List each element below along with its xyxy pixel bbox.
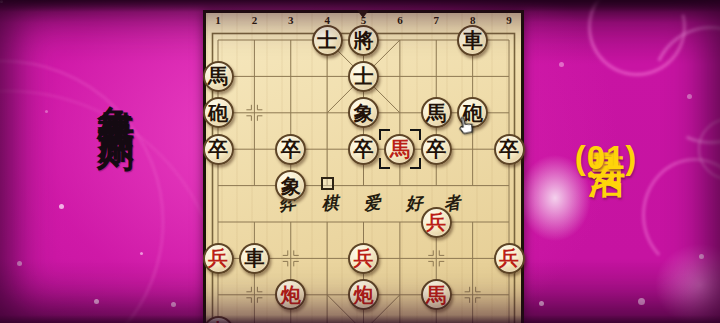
xiangqi-board[interactable]: 123456789 弈棋爱好者 士將車馬士砲象馬砲卒卒卒馬卒卒象兵兵車兵兵炮炮馬…: [203, 10, 524, 323]
sparkle-dots: [0, 0, 3, 3]
board-grid: [206, 13, 521, 323]
piece-black-馬[interactable]: 馬: [203, 61, 234, 92]
column-label: 3: [281, 14, 301, 26]
swirl-decoration: [635, 9, 720, 160]
piece-black-士[interactable]: 士: [312, 25, 343, 56]
hand-cursor-icon: [454, 113, 478, 139]
right-caption: 马要活 (01): [575, 124, 637, 177]
light-glow: [640, 230, 720, 323]
top-edge-marker: [357, 10, 369, 18]
piece-black-馬[interactable]: 馬: [421, 97, 452, 128]
river-calligraphy-char: 好: [401, 191, 427, 216]
stage: 象棋开局原则 马要活 (01) 123456789 弈棋爱好者 士將車馬士砲象馬…: [0, 0, 720, 323]
piece-black-卒[interactable]: 卒: [421, 134, 452, 165]
left-caption: 象棋开局原则: [96, 76, 140, 112]
piece-black-士[interactable]: 士: [348, 61, 379, 92]
river-calligraphy-char: 爱: [358, 190, 385, 216]
piece-red-兵[interactable]: 兵: [421, 207, 452, 238]
swirl-decoration: [570, 0, 704, 94]
river-calligraphy-char: 棋: [317, 191, 343, 216]
column-label: 2: [244, 14, 264, 26]
last-move-from-marker: [321, 177, 334, 190]
piece-black-卒[interactable]: 卒: [203, 134, 234, 165]
piece-red-兵[interactable]: 兵: [348, 243, 379, 274]
swirl-decoration: [0, 90, 224, 323]
swirl-decoration: [642, 158, 720, 272]
piece-red-馬[interactable]: 馬: [421, 279, 452, 310]
piece-black-砲[interactable]: 砲: [203, 97, 234, 128]
column-label: 7: [426, 14, 446, 26]
column-label: 1: [208, 14, 228, 26]
piece-black-車[interactable]: 車: [239, 243, 270, 274]
swirl-decoration: [698, 118, 720, 180]
piece-black-卒[interactable]: 卒: [348, 134, 379, 165]
column-label: 9: [499, 14, 519, 26]
piece-red-兵[interactable]: 兵: [203, 243, 234, 274]
piece-black-將[interactable]: 將: [348, 25, 379, 56]
piece-black-卒[interactable]: 卒: [275, 134, 306, 165]
right-caption-text: 马要活: [581, 124, 631, 136]
piece-black-車[interactable]: 車: [457, 25, 488, 56]
column-label: 6: [390, 14, 410, 26]
right-caption-number: (01): [575, 139, 638, 177]
piece-black-卒[interactable]: 卒: [494, 134, 525, 165]
piece-red-馬[interactable]: 馬: [384, 134, 415, 165]
piece-red-兵[interactable]: 兵: [494, 243, 525, 274]
